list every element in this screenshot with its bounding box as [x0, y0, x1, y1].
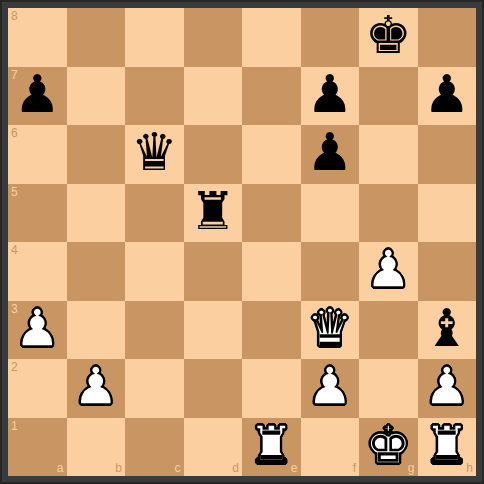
square-b3[interactable] [67, 301, 126, 360]
chess-board: 8♚7♟♟♟6♛♟5♜4♟3♟♛♝2♟♟♟1abcde♜fg♚h♜ [8, 8, 476, 476]
black-king-piece[interactable]: ♚ [365, 8, 412, 64]
square-h2[interactable]: ♟ [418, 359, 477, 418]
rank-label: 5 [11, 186, 18, 198]
square-a4[interactable]: 4 [8, 242, 67, 301]
black-pawn-piece[interactable]: ♟ [306, 125, 353, 181]
square-f6[interactable]: ♟ [301, 125, 360, 184]
file-label: a [57, 462, 64, 474]
square-f4[interactable] [301, 242, 360, 301]
rank-label: 1 [11, 420, 18, 432]
square-d6[interactable] [184, 125, 243, 184]
square-g2[interactable] [359, 359, 418, 418]
rank-label: 8 [11, 10, 18, 22]
square-b6[interactable] [67, 125, 126, 184]
black-pawn-piece[interactable]: ♟ [14, 67, 61, 123]
square-h6[interactable] [418, 125, 477, 184]
square-d3[interactable] [184, 301, 243, 360]
square-b2[interactable]: ♟ [67, 359, 126, 418]
white-rook-piece[interactable]: ♜ [423, 418, 470, 474]
square-h8[interactable] [418, 8, 477, 67]
square-d1[interactable]: d [184, 418, 243, 477]
square-h3[interactable]: ♝ [418, 301, 477, 360]
file-label: c [175, 462, 181, 474]
square-f5[interactable] [301, 184, 360, 243]
square-e7[interactable] [242, 67, 301, 126]
square-h4[interactable] [418, 242, 477, 301]
square-d2[interactable] [184, 359, 243, 418]
square-e8[interactable] [242, 8, 301, 67]
rank-label: 6 [11, 127, 18, 139]
square-h5[interactable] [418, 184, 477, 243]
square-b4[interactable] [67, 242, 126, 301]
square-c2[interactable] [125, 359, 184, 418]
square-h1[interactable]: h♜ [418, 418, 477, 477]
square-c5[interactable] [125, 184, 184, 243]
square-b5[interactable] [67, 184, 126, 243]
square-c7[interactable] [125, 67, 184, 126]
square-e5[interactable] [242, 184, 301, 243]
square-a1[interactable]: 1a [8, 418, 67, 477]
black-bishop-piece[interactable]: ♝ [423, 301, 470, 357]
square-d4[interactable] [184, 242, 243, 301]
black-pawn-piece[interactable]: ♟ [423, 67, 470, 123]
white-queen-piece[interactable]: ♛ [306, 301, 353, 357]
file-label: d [232, 462, 239, 474]
rank-label: 4 [11, 244, 18, 256]
square-f1[interactable]: f [301, 418, 360, 477]
square-g5[interactable] [359, 184, 418, 243]
square-e1[interactable]: e♜ [242, 418, 301, 477]
black-queen-piece[interactable]: ♛ [131, 125, 178, 181]
square-g4[interactable]: ♟ [359, 242, 418, 301]
black-rook-piece[interactable]: ♜ [189, 184, 236, 240]
square-a6[interactable]: 6 [8, 125, 67, 184]
square-a8[interactable]: 8 [8, 8, 67, 67]
square-c3[interactable] [125, 301, 184, 360]
square-f7[interactable]: ♟ [301, 67, 360, 126]
square-c8[interactable] [125, 8, 184, 67]
square-g3[interactable] [359, 301, 418, 360]
white-pawn-piece[interactable]: ♟ [306, 359, 353, 415]
square-e3[interactable] [242, 301, 301, 360]
square-e4[interactable] [242, 242, 301, 301]
square-e6[interactable] [242, 125, 301, 184]
square-b1[interactable]: b [67, 418, 126, 477]
square-d8[interactable] [184, 8, 243, 67]
square-f2[interactable]: ♟ [301, 359, 360, 418]
chess-app-window: 8♚7♟♟♟6♛♟5♜4♟3♟♛♝2♟♟♟1abcde♜fg♚h♜ [0, 0, 484, 484]
white-pawn-piece[interactable]: ♟ [14, 301, 61, 357]
square-d7[interactable] [184, 67, 243, 126]
square-c4[interactable] [125, 242, 184, 301]
white-pawn-piece[interactable]: ♟ [72, 359, 119, 415]
square-a3[interactable]: 3♟ [8, 301, 67, 360]
square-b7[interactable] [67, 67, 126, 126]
square-f3[interactable]: ♛ [301, 301, 360, 360]
square-g8[interactable]: ♚ [359, 8, 418, 67]
square-e2[interactable] [242, 359, 301, 418]
square-c6[interactable]: ♛ [125, 125, 184, 184]
square-a2[interactable]: 2 [8, 359, 67, 418]
file-label: f [353, 462, 356, 474]
square-f8[interactable] [301, 8, 360, 67]
square-a5[interactable]: 5 [8, 184, 67, 243]
square-h7[interactable]: ♟ [418, 67, 477, 126]
square-c1[interactable]: c [125, 418, 184, 477]
square-b8[interactable] [67, 8, 126, 67]
file-label: b [115, 462, 122, 474]
black-pawn-piece[interactable]: ♟ [306, 67, 353, 123]
square-a7[interactable]: 7♟ [8, 67, 67, 126]
square-g7[interactable] [359, 67, 418, 126]
rank-label: 2 [11, 361, 18, 373]
square-d5[interactable]: ♜ [184, 184, 243, 243]
white-pawn-piece[interactable]: ♟ [423, 359, 470, 415]
white-king-piece[interactable]: ♚ [365, 418, 412, 474]
white-rook-piece[interactable]: ♜ [248, 418, 295, 474]
square-g6[interactable] [359, 125, 418, 184]
square-g1[interactable]: g♚ [359, 418, 418, 477]
white-pawn-piece[interactable]: ♟ [365, 242, 412, 298]
